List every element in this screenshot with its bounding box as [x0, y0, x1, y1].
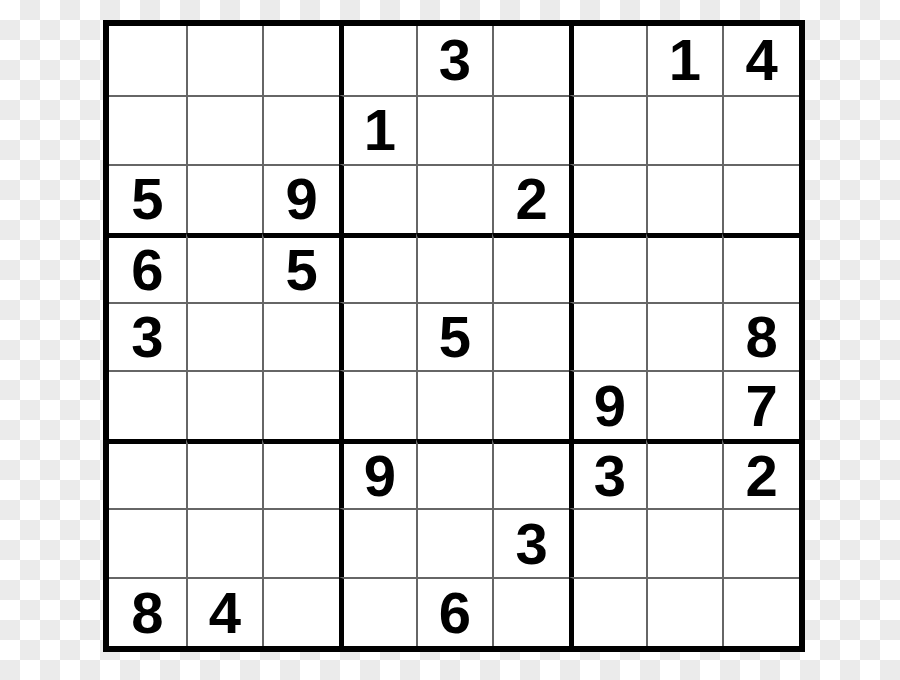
cell-r5c7[interactable]: [569, 302, 646, 371]
cell-r6c5[interactable]: [416, 370, 493, 439]
cell-r4c6[interactable]: [492, 233, 569, 302]
cell-r7c4[interactable]: 9: [339, 439, 416, 508]
cell-r3c4[interactable]: [339, 164, 416, 233]
cell-r2c9[interactable]: [722, 95, 799, 164]
cell-r9c7[interactable]: [569, 577, 646, 646]
cell-r6c7[interactable]: 9: [569, 370, 646, 439]
cell-r1c6[interactable]: [492, 26, 569, 95]
cell-r3c2[interactable]: [186, 164, 263, 233]
cell-r1c2[interactable]: [186, 26, 263, 95]
cell-r4c8[interactable]: [646, 233, 723, 302]
cell-r4c9[interactable]: [722, 233, 799, 302]
cell-r7c8[interactable]: [646, 439, 723, 508]
cell-r4c7[interactable]: [569, 233, 646, 302]
cell-r5c5[interactable]: 5: [416, 302, 493, 371]
cell-r2c8[interactable]: [646, 95, 723, 164]
cell-r8c3[interactable]: [262, 508, 339, 577]
cell-r7c7[interactable]: 3: [569, 439, 646, 508]
cell-r5c1[interactable]: 3: [109, 302, 186, 371]
cell-r8c9[interactable]: [722, 508, 799, 577]
cell-r3c1[interactable]: 5: [109, 164, 186, 233]
cell-r9c8[interactable]: [646, 577, 723, 646]
cell-r3c3[interactable]: 9: [262, 164, 339, 233]
cell-r4c5[interactable]: [416, 233, 493, 302]
cell-r7c5[interactable]: [416, 439, 493, 508]
cell-r8c7[interactable]: [569, 508, 646, 577]
cell-r9c3[interactable]: [262, 577, 339, 646]
cell-r1c5[interactable]: 3: [416, 26, 493, 95]
cell-r7c1[interactable]: [109, 439, 186, 508]
cell-r1c8[interactable]: 1: [646, 26, 723, 95]
cell-r2c4[interactable]: 1: [339, 95, 416, 164]
cell-r4c3[interactable]: 5: [262, 233, 339, 302]
cell-r2c3[interactable]: [262, 95, 339, 164]
cell-r2c2[interactable]: [186, 95, 263, 164]
cell-r2c5[interactable]: [416, 95, 493, 164]
cell-r9c4[interactable]: [339, 577, 416, 646]
cell-r5c8[interactable]: [646, 302, 723, 371]
cell-r2c6[interactable]: [492, 95, 569, 164]
cell-r8c8[interactable]: [646, 508, 723, 577]
cell-r1c3[interactable]: [262, 26, 339, 95]
cell-r4c2[interactable]: [186, 233, 263, 302]
cell-r3c7[interactable]: [569, 164, 646, 233]
cell-r5c4[interactable]: [339, 302, 416, 371]
cell-r2c1[interactable]: [109, 95, 186, 164]
cell-r1c1[interactable]: [109, 26, 186, 95]
cell-r6c8[interactable]: [646, 370, 723, 439]
cell-r8c5[interactable]: [416, 508, 493, 577]
cell-r6c1[interactable]: [109, 370, 186, 439]
cell-r9c5[interactable]: 6: [416, 577, 493, 646]
cell-r9c1[interactable]: 8: [109, 577, 186, 646]
cell-r1c7[interactable]: [569, 26, 646, 95]
cell-r4c4[interactable]: [339, 233, 416, 302]
cell-r7c9[interactable]: 2: [722, 439, 799, 508]
cell-r3c5[interactable]: [416, 164, 493, 233]
cell-r9c2[interactable]: 4: [186, 577, 263, 646]
cell-r5c3[interactable]: [262, 302, 339, 371]
cell-r7c3[interactable]: [262, 439, 339, 508]
cell-r5c9[interactable]: 8: [722, 302, 799, 371]
cell-r6c6[interactable]: [492, 370, 569, 439]
cell-r8c2[interactable]: [186, 508, 263, 577]
cell-r6c3[interactable]: [262, 370, 339, 439]
cell-r8c4[interactable]: [339, 508, 416, 577]
sudoku-board: 314159265358979323846: [103, 20, 805, 652]
cell-r3c9[interactable]: [722, 164, 799, 233]
cell-r2c7[interactable]: [569, 95, 646, 164]
cell-r5c2[interactable]: [186, 302, 263, 371]
cell-r9c6[interactable]: [492, 577, 569, 646]
cell-r3c6[interactable]: 2: [492, 164, 569, 233]
cell-r4c1[interactable]: 6: [109, 233, 186, 302]
cell-r9c9[interactable]: [722, 577, 799, 646]
cell-r8c1[interactable]: [109, 508, 186, 577]
cell-r5c6[interactable]: [492, 302, 569, 371]
cell-r6c2[interactable]: [186, 370, 263, 439]
cell-r8c6[interactable]: 3: [492, 508, 569, 577]
cell-r7c6[interactable]: [492, 439, 569, 508]
cell-r6c4[interactable]: [339, 370, 416, 439]
cell-r7c2[interactable]: [186, 439, 263, 508]
cell-r6c9[interactable]: 7: [722, 370, 799, 439]
cell-r1c4[interactable]: [339, 26, 416, 95]
cell-r1c9[interactable]: 4: [722, 26, 799, 95]
cell-r3c8[interactable]: [646, 164, 723, 233]
